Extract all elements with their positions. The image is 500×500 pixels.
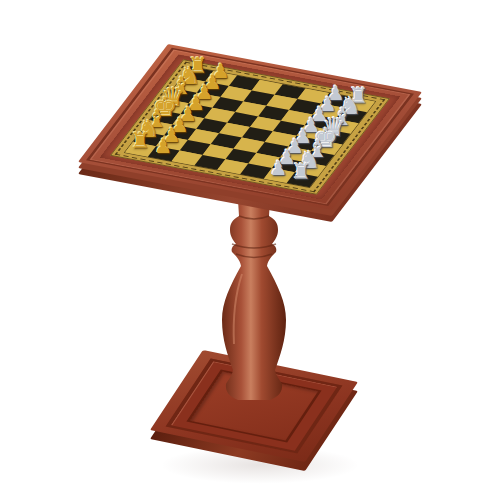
chess-piece-silver-rook: ♜	[292, 161, 312, 183]
pedestal-column	[198, 194, 310, 406]
chess-piece-gold-pawn: ♟	[154, 136, 172, 156]
tabletop: ♜♟♟♜♞♟♟♞♝♟♟♝♛♟♟♛♚♟♟♚♝♟♟♝♞♟♟♞♜♟♟♜	[78, 44, 422, 210]
product-photo: ♜♟♟♜♞♟♟♞♝♟♟♝♛♟♟♛♚♟♟♚♝♟♟♝♞♟♟♞♜♟♟♜	[0, 0, 500, 500]
chess-piece-gold-rook: ♜	[130, 130, 150, 152]
chess-piece-silver-pawn: ♟	[270, 158, 288, 178]
